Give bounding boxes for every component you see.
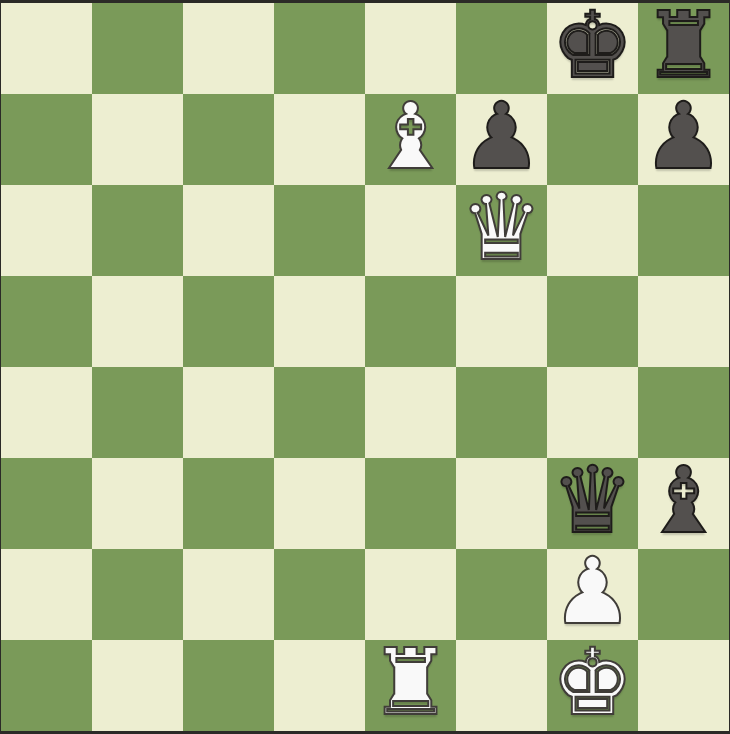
square-h4[interactable] — [638, 367, 729, 458]
square-a1[interactable] — [1, 640, 92, 731]
square-h6[interactable] — [638, 185, 729, 276]
square-c8[interactable] — [183, 3, 274, 94]
square-b6[interactable] — [92, 185, 183, 276]
square-e7[interactable]: ♝ — [365, 94, 456, 185]
square-f1[interactable] — [456, 640, 547, 731]
square-d2[interactable] — [274, 549, 365, 640]
square-g6[interactable] — [547, 185, 638, 276]
square-f2[interactable] — [456, 549, 547, 640]
square-e6[interactable] — [365, 185, 456, 276]
square-a8[interactable] — [1, 3, 92, 94]
square-g3[interactable]: ♛ — [547, 458, 638, 549]
square-d1[interactable] — [274, 640, 365, 731]
square-f4[interactable] — [456, 367, 547, 458]
square-c5[interactable] — [183, 276, 274, 367]
square-b7[interactable] — [92, 94, 183, 185]
black-king[interactable]: ♚ — [551, 0, 633, 91]
square-b5[interactable] — [92, 276, 183, 367]
square-a2[interactable] — [1, 549, 92, 640]
chess-board: ♚♜♝♟♟♛♛♝♟♜♚ — [1, 3, 729, 731]
white-king[interactable]: ♚ — [551, 637, 633, 728]
square-g2[interactable]: ♟ — [547, 549, 638, 640]
square-h7[interactable]: ♟ — [638, 94, 729, 185]
white-bishop[interactable]: ♝ — [369, 91, 451, 182]
square-e2[interactable] — [365, 549, 456, 640]
square-f8[interactable] — [456, 3, 547, 94]
square-d7[interactable] — [274, 94, 365, 185]
square-f6[interactable]: ♛ — [456, 185, 547, 276]
square-c2[interactable] — [183, 549, 274, 640]
square-g1[interactable]: ♚ — [547, 640, 638, 731]
square-c3[interactable] — [183, 458, 274, 549]
square-d4[interactable] — [274, 367, 365, 458]
square-e8[interactable] — [365, 3, 456, 94]
black-queen[interactable]: ♛ — [551, 455, 633, 546]
square-h1[interactable] — [638, 640, 729, 731]
white-queen[interactable]: ♛ — [460, 182, 542, 273]
square-f5[interactable] — [456, 276, 547, 367]
square-f7[interactable]: ♟ — [456, 94, 547, 185]
square-a7[interactable] — [1, 94, 92, 185]
square-d3[interactable] — [274, 458, 365, 549]
square-c4[interactable] — [183, 367, 274, 458]
black-pawn[interactable]: ♟ — [460, 91, 542, 182]
square-b4[interactable] — [92, 367, 183, 458]
square-d6[interactable] — [274, 185, 365, 276]
square-d8[interactable] — [274, 3, 365, 94]
square-a5[interactable] — [1, 276, 92, 367]
square-e3[interactable] — [365, 458, 456, 549]
square-b2[interactable] — [92, 549, 183, 640]
square-e4[interactable] — [365, 367, 456, 458]
square-e5[interactable] — [365, 276, 456, 367]
chess-board-frame: ♚♜♝♟♟♛♛♝♟♜♚ — [0, 0, 730, 734]
square-d5[interactable] — [274, 276, 365, 367]
square-h5[interactable] — [638, 276, 729, 367]
square-g4[interactable] — [547, 367, 638, 458]
square-h2[interactable] — [638, 549, 729, 640]
square-a3[interactable] — [1, 458, 92, 549]
white-pawn[interactable]: ♟ — [551, 546, 633, 637]
square-b3[interactable] — [92, 458, 183, 549]
square-c7[interactable] — [183, 94, 274, 185]
square-b8[interactable] — [92, 3, 183, 94]
square-g7[interactable] — [547, 94, 638, 185]
square-b1[interactable] — [92, 640, 183, 731]
square-a6[interactable] — [1, 185, 92, 276]
black-pawn[interactable]: ♟ — [642, 91, 724, 182]
square-g8[interactable]: ♚ — [547, 3, 638, 94]
square-c6[interactable] — [183, 185, 274, 276]
square-g5[interactable] — [547, 276, 638, 367]
square-h3[interactable]: ♝ — [638, 458, 729, 549]
square-c1[interactable] — [183, 640, 274, 731]
square-h8[interactable]: ♜ — [638, 3, 729, 94]
black-bishop[interactable]: ♝ — [642, 455, 724, 546]
square-f3[interactable] — [456, 458, 547, 549]
white-rook[interactable]: ♜ — [369, 637, 451, 728]
square-a4[interactable] — [1, 367, 92, 458]
square-e1[interactable]: ♜ — [365, 640, 456, 731]
black-rook[interactable]: ♜ — [642, 0, 724, 91]
